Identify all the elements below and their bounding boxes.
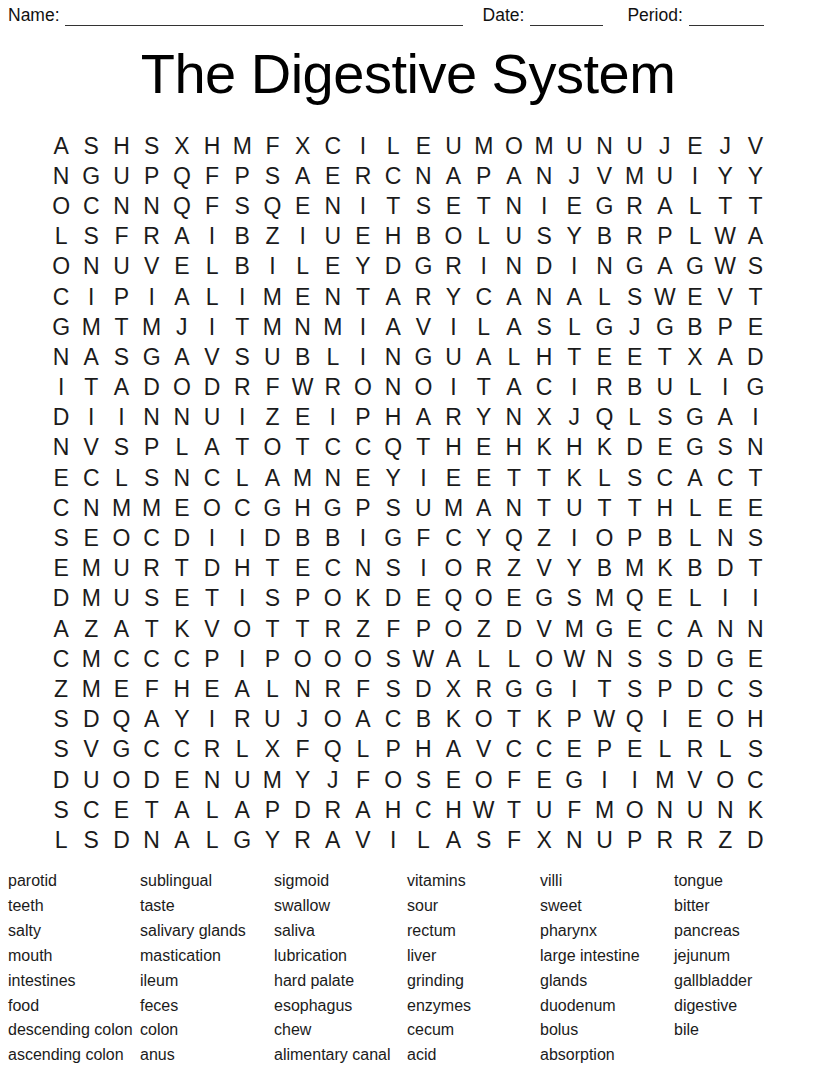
grid-cell[interactable]: G bbox=[227, 825, 257, 855]
grid-cell[interactable]: N bbox=[167, 463, 197, 493]
grid-cell[interactable]: M bbox=[589, 584, 619, 614]
grid-cell[interactable]: N bbox=[650, 795, 680, 825]
grid-cell[interactable]: I bbox=[438, 373, 468, 403]
grid-cell[interactable]: T bbox=[740, 191, 770, 221]
grid-cell[interactable]: S bbox=[650, 644, 680, 674]
grid-cell[interactable]: Z bbox=[257, 222, 287, 252]
grid-cell[interactable]: S bbox=[76, 131, 106, 161]
grid-cell[interactable]: U bbox=[106, 252, 136, 282]
grid-cell[interactable]: L bbox=[499, 644, 529, 674]
grid-cell[interactable]: D bbox=[46, 765, 76, 795]
grid-cell[interactable]: A bbox=[167, 825, 197, 855]
grid-cell[interactable]: W bbox=[589, 705, 619, 735]
grid-cell[interactable]: N bbox=[589, 131, 619, 161]
grid-cell[interactable]: Z bbox=[469, 614, 499, 644]
grid-cell[interactable]: A bbox=[438, 735, 468, 765]
grid-cell[interactable]: I bbox=[469, 252, 499, 282]
grid-cell[interactable]: K bbox=[167, 614, 197, 644]
grid-cell[interactable]: U bbox=[227, 765, 257, 795]
grid-cell[interactable]: C bbox=[740, 765, 770, 795]
grid-cell[interactable]: L bbox=[559, 312, 589, 342]
grid-cell[interactable]: Q bbox=[167, 161, 197, 191]
grid-cell[interactable]: O bbox=[710, 705, 740, 735]
grid-cell[interactable]: L bbox=[227, 463, 257, 493]
grid-cell[interactable]: G bbox=[680, 403, 710, 433]
grid-cell[interactable]: A bbox=[137, 705, 167, 735]
grid-cell[interactable]: H bbox=[378, 222, 408, 252]
grid-cell[interactable]: W bbox=[710, 222, 740, 252]
grid-cell[interactable]: F bbox=[106, 222, 136, 252]
grid-cell[interactable]: Z bbox=[499, 554, 529, 584]
grid-cell[interactable]: G bbox=[529, 584, 559, 614]
grid-cell[interactable]: A bbox=[46, 614, 76, 644]
grid-cell[interactable]: I bbox=[408, 463, 438, 493]
grid-cell[interactable]: I bbox=[257, 252, 287, 282]
grid-cell[interactable]: A bbox=[650, 252, 680, 282]
grid-cell[interactable]: I bbox=[227, 282, 257, 312]
grid-cell[interactable]: A bbox=[378, 312, 408, 342]
grid-cell[interactable]: V bbox=[740, 131, 770, 161]
grid-cell[interactable]: N bbox=[46, 342, 76, 372]
grid-cell[interactable]: I bbox=[378, 825, 408, 855]
grid-cell[interactable]: N bbox=[559, 825, 589, 855]
grid-cell[interactable]: Z bbox=[46, 674, 76, 704]
grid-cell[interactable]: E bbox=[438, 765, 468, 795]
grid-cell[interactable]: C bbox=[46, 282, 76, 312]
grid-cell[interactable]: E bbox=[288, 403, 318, 433]
grid-cell[interactable]: F bbox=[559, 795, 589, 825]
grid-cell[interactable]: O bbox=[469, 584, 499, 614]
grid-cell[interactable]: O bbox=[318, 644, 348, 674]
grid-cell[interactable]: A bbox=[710, 342, 740, 372]
grid-cell[interactable]: C bbox=[137, 735, 167, 765]
grid-cell[interactable]: Y bbox=[559, 222, 589, 252]
grid-cell[interactable]: P bbox=[650, 674, 680, 704]
grid-cell[interactable]: G bbox=[589, 614, 619, 644]
grid-cell[interactable]: G bbox=[680, 433, 710, 463]
grid-cell[interactable]: N bbox=[76, 493, 106, 523]
grid-cell[interactable]: S bbox=[378, 493, 408, 523]
grid-cell[interactable]: C bbox=[438, 523, 468, 553]
grid-cell[interactable]: C bbox=[76, 463, 106, 493]
grid-cell[interactable]: I bbox=[620, 765, 650, 795]
grid-cell[interactable]: Q bbox=[499, 523, 529, 553]
grid-cell[interactable]: T bbox=[499, 463, 529, 493]
grid-cell[interactable]: H bbox=[408, 735, 438, 765]
grid-cell[interactable]: G bbox=[650, 312, 680, 342]
grid-cell[interactable]: U bbox=[106, 554, 136, 584]
grid-cell[interactable]: I bbox=[710, 373, 740, 403]
grid-cell[interactable]: A bbox=[106, 614, 136, 644]
grid-cell[interactable]: Q bbox=[620, 584, 650, 614]
grid-cell[interactable]: U bbox=[559, 493, 589, 523]
grid-cell[interactable]: C bbox=[46, 493, 76, 523]
grid-cell[interactable]: U bbox=[589, 825, 619, 855]
grid-cell[interactable]: A bbox=[438, 644, 468, 674]
grid-cell[interactable]: P bbox=[408, 614, 438, 644]
grid-cell[interactable]: U bbox=[499, 222, 529, 252]
grid-cell[interactable]: E bbox=[106, 674, 136, 704]
grid-cell[interactable]: B bbox=[408, 705, 438, 735]
grid-cell[interactable]: P bbox=[378, 735, 408, 765]
grid-cell[interactable]: D bbox=[257, 523, 287, 553]
grid-cell[interactable]: T bbox=[650, 342, 680, 372]
grid-cell[interactable]: N bbox=[499, 191, 529, 221]
grid-cell[interactable]: L bbox=[318, 342, 348, 372]
grid-cell[interactable]: S bbox=[137, 463, 167, 493]
grid-cell[interactable]: E bbox=[348, 222, 378, 252]
grid-cell[interactable]: N bbox=[740, 433, 770, 463]
grid-cell[interactable]: O bbox=[46, 191, 76, 221]
grid-cell[interactable]: U bbox=[438, 131, 468, 161]
grid-cell[interactable]: T bbox=[76, 373, 106, 403]
grid-cell[interactable]: G bbox=[680, 252, 710, 282]
grid-cell[interactable]: N bbox=[318, 282, 348, 312]
grid-cell[interactable]: E bbox=[680, 282, 710, 312]
grid-cell[interactable]: P bbox=[288, 584, 318, 614]
grid-cell[interactable]: C bbox=[106, 644, 136, 674]
grid-cell[interactable]: G bbox=[318, 493, 348, 523]
grid-cell[interactable]: D bbox=[680, 644, 710, 674]
grid-cell[interactable]: P bbox=[620, 825, 650, 855]
grid-cell[interactable]: A bbox=[680, 463, 710, 493]
grid-cell[interactable]: B bbox=[589, 554, 619, 584]
grid-cell[interactable]: R bbox=[469, 554, 499, 584]
grid-cell[interactable]: T bbox=[288, 614, 318, 644]
grid-cell[interactable]: L bbox=[620, 403, 650, 433]
grid-cell[interactable]: U bbox=[76, 765, 106, 795]
grid-cell[interactable]: Z bbox=[348, 614, 378, 644]
grid-cell[interactable]: S bbox=[469, 825, 499, 855]
grid-cell[interactable]: D bbox=[378, 252, 408, 282]
grid-cell[interactable]: N bbox=[740, 614, 770, 644]
grid-cell[interactable]: L bbox=[589, 282, 619, 312]
grid-cell[interactable]: A bbox=[288, 161, 318, 191]
grid-cell[interactable]: P bbox=[710, 312, 740, 342]
grid-cell[interactable]: I bbox=[318, 403, 348, 433]
grid-cell[interactable]: O bbox=[469, 705, 499, 735]
grid-cell[interactable]: G bbox=[106, 735, 136, 765]
grid-cell[interactable]: Q bbox=[620, 705, 650, 735]
grid-cell[interactable]: K bbox=[559, 463, 589, 493]
grid-cell[interactable]: R bbox=[469, 674, 499, 704]
grid-cell[interactable]: H bbox=[529, 342, 559, 372]
grid-cell[interactable]: S bbox=[46, 735, 76, 765]
grid-cell[interactable]: F bbox=[257, 373, 287, 403]
grid-cell[interactable]: H bbox=[438, 433, 468, 463]
grid-cell[interactable]: N bbox=[318, 191, 348, 221]
grid-cell[interactable]: L bbox=[680, 222, 710, 252]
grid-cell[interactable]: E bbox=[167, 493, 197, 523]
grid-cell[interactable]: B bbox=[288, 523, 318, 553]
grid-cell[interactable]: D bbox=[167, 523, 197, 553]
grid-cell[interactable]: W bbox=[469, 795, 499, 825]
grid-cell[interactable]: L bbox=[257, 674, 287, 704]
grid-cell[interactable]: I bbox=[197, 222, 227, 252]
grid-cell[interactable]: T bbox=[257, 614, 287, 644]
grid-cell[interactable]: K bbox=[529, 705, 559, 735]
grid-cell[interactable]: I bbox=[740, 584, 770, 614]
grid-cell[interactable]: S bbox=[620, 463, 650, 493]
grid-cell[interactable]: E bbox=[499, 584, 529, 614]
grid-cell[interactable]: B bbox=[227, 252, 257, 282]
grid-cell[interactable]: R bbox=[288, 825, 318, 855]
grid-cell[interactable]: A bbox=[559, 282, 589, 312]
grid-cell[interactable]: G bbox=[408, 342, 438, 372]
grid-cell[interactable]: I bbox=[76, 403, 106, 433]
grid-cell[interactable]: Q bbox=[318, 735, 348, 765]
grid-cell[interactable]: Y bbox=[288, 765, 318, 795]
grid-cell[interactable]: F bbox=[348, 765, 378, 795]
grid-cell[interactable]: T bbox=[589, 493, 619, 523]
grid-cell[interactable]: I bbox=[650, 705, 680, 735]
grid-cell[interactable]: O bbox=[257, 433, 287, 463]
grid-cell[interactable]: R bbox=[137, 554, 167, 584]
grid-cell[interactable]: G bbox=[589, 191, 619, 221]
grid-cell[interactable]: H bbox=[288, 493, 318, 523]
grid-cell[interactable]: F bbox=[378, 614, 408, 644]
grid-cell[interactable]: N bbox=[288, 312, 318, 342]
grid-cell[interactable]: A bbox=[469, 493, 499, 523]
grid-cell[interactable]: M bbox=[650, 765, 680, 795]
grid-cell[interactable]: L bbox=[680, 523, 710, 553]
grid-cell[interactable]: L bbox=[680, 493, 710, 523]
grid-cell[interactable]: U bbox=[106, 584, 136, 614]
grid-cell[interactable]: A bbox=[710, 403, 740, 433]
grid-cell[interactable]: Y bbox=[348, 252, 378, 282]
grid-cell[interactable]: U bbox=[650, 373, 680, 403]
grid-cell[interactable]: V bbox=[529, 614, 559, 644]
grid-cell[interactable]: Q bbox=[106, 705, 136, 735]
grid-cell[interactable]: E bbox=[529, 765, 559, 795]
grid-cell[interactable]: K bbox=[740, 795, 770, 825]
grid-cell[interactable]: T bbox=[740, 282, 770, 312]
grid-cell[interactable]: O bbox=[499, 131, 529, 161]
grid-cell[interactable]: G bbox=[559, 765, 589, 795]
grid-cell[interactable]: R bbox=[408, 282, 438, 312]
grid-cell[interactable]: V bbox=[137, 252, 167, 282]
grid-cell[interactable]: S bbox=[620, 674, 650, 704]
grid-cell[interactable]: T bbox=[348, 282, 378, 312]
grid-cell[interactable]: S bbox=[46, 795, 76, 825]
grid-cell[interactable]: Q bbox=[257, 191, 287, 221]
grid-cell[interactable]: L bbox=[710, 735, 740, 765]
grid-cell[interactable]: K bbox=[650, 554, 680, 584]
grid-cell[interactable]: D bbox=[740, 342, 770, 372]
grid-cell[interactable]: M bbox=[469, 131, 499, 161]
grid-cell[interactable]: E bbox=[197, 674, 227, 704]
grid-cell[interactable]: O bbox=[378, 765, 408, 795]
grid-cell[interactable]: D bbox=[197, 554, 227, 584]
grid-cell[interactable]: C bbox=[469, 282, 499, 312]
grid-cell[interactable]: G bbox=[257, 493, 287, 523]
grid-cell[interactable]: C bbox=[197, 463, 227, 493]
grid-cell[interactable]: C bbox=[650, 463, 680, 493]
grid-cell[interactable]: D bbox=[499, 614, 529, 644]
grid-cell[interactable]: L bbox=[348, 735, 378, 765]
grid-cell[interactable]: H bbox=[499, 433, 529, 463]
grid-cell[interactable]: A bbox=[167, 795, 197, 825]
grid-cell[interactable]: O bbox=[589, 523, 619, 553]
grid-cell[interactable]: D bbox=[529, 252, 559, 282]
grid-cell[interactable]: D bbox=[137, 765, 167, 795]
grid-cell[interactable]: E bbox=[438, 191, 468, 221]
grid-cell[interactable]: E bbox=[620, 614, 650, 644]
grid-cell[interactable]: I bbox=[559, 373, 589, 403]
grid-cell[interactable]: P bbox=[227, 161, 257, 191]
grid-cell[interactable]: T bbox=[740, 554, 770, 584]
grid-cell[interactable]: C bbox=[318, 131, 348, 161]
grid-cell[interactable]: S bbox=[620, 282, 650, 312]
grid-cell[interactable]: T bbox=[227, 433, 257, 463]
grid-cell[interactable]: H bbox=[378, 795, 408, 825]
grid-cell[interactable]: T bbox=[740, 463, 770, 493]
grid-cell[interactable]: C bbox=[227, 493, 257, 523]
grid-cell[interactable]: U bbox=[650, 161, 680, 191]
grid-cell[interactable]: S bbox=[227, 191, 257, 221]
grid-cell[interactable]: M bbox=[257, 312, 287, 342]
grid-cell[interactable]: L bbox=[589, 463, 619, 493]
grid-cell[interactable]: T bbox=[257, 554, 287, 584]
grid-cell[interactable]: K bbox=[589, 433, 619, 463]
grid-cell[interactable]: I bbox=[197, 705, 227, 735]
grid-cell[interactable]: E bbox=[589, 342, 619, 372]
grid-cell[interactable]: A bbox=[650, 191, 680, 221]
grid-cell[interactable]: D bbox=[408, 674, 438, 704]
grid-cell[interactable]: P bbox=[137, 161, 167, 191]
grid-cell[interactable]: V bbox=[710, 282, 740, 312]
grid-cell[interactable]: E bbox=[167, 252, 197, 282]
grid-cell[interactable]: D bbox=[76, 705, 106, 735]
grid-cell[interactable]: A bbox=[46, 131, 76, 161]
grid-cell[interactable]: D bbox=[378, 584, 408, 614]
grid-cell[interactable]: A bbox=[469, 342, 499, 372]
grid-cell[interactable]: H bbox=[197, 131, 227, 161]
grid-cell[interactable]: N bbox=[137, 403, 167, 433]
grid-cell[interactable]: N bbox=[137, 191, 167, 221]
grid-cell[interactable]: E bbox=[680, 705, 710, 735]
grid-cell[interactable]: P bbox=[257, 644, 287, 674]
grid-cell[interactable]: H bbox=[106, 131, 136, 161]
grid-cell[interactable]: S bbox=[257, 161, 287, 191]
grid-cell[interactable]: X bbox=[529, 825, 559, 855]
grid-cell[interactable]: C bbox=[529, 373, 559, 403]
grid-cell[interactable]: S bbox=[378, 644, 408, 674]
grid-cell[interactable]: E bbox=[46, 554, 76, 584]
grid-cell[interactable]: A bbox=[106, 373, 136, 403]
grid-cell[interactable]: U bbox=[257, 342, 287, 372]
grid-cell[interactable]: Y bbox=[740, 161, 770, 191]
grid-cell[interactable]: Y bbox=[167, 705, 197, 735]
grid-cell[interactable]: I bbox=[137, 282, 167, 312]
grid-cell[interactable]: S bbox=[378, 674, 408, 704]
grid-cell[interactable]: I bbox=[76, 282, 106, 312]
grid-cell[interactable]: S bbox=[137, 584, 167, 614]
grid-cell[interactable]: V bbox=[680, 765, 710, 795]
grid-cell[interactable]: P bbox=[589, 735, 619, 765]
grid-cell[interactable]: O bbox=[106, 523, 136, 553]
grid-cell[interactable]: N bbox=[106, 191, 136, 221]
grid-cell[interactable]: I bbox=[559, 674, 589, 704]
grid-cell[interactable]: R bbox=[318, 373, 348, 403]
grid-cell[interactable]: G bbox=[137, 342, 167, 372]
grid-cell[interactable]: J bbox=[710, 131, 740, 161]
grid-cell[interactable]: B bbox=[650, 523, 680, 553]
grid-cell[interactable]: V bbox=[529, 554, 559, 584]
grid-cell[interactable]: E bbox=[650, 584, 680, 614]
grid-cell[interactable]: U bbox=[620, 131, 650, 161]
grid-cell[interactable]: Y bbox=[710, 161, 740, 191]
grid-cell[interactable]: A bbox=[499, 161, 529, 191]
grid-cell[interactable]: Z bbox=[76, 614, 106, 644]
grid-cell[interactable]: F bbox=[348, 674, 378, 704]
grid-cell[interactable]: M bbox=[288, 463, 318, 493]
grid-cell[interactable]: S bbox=[740, 523, 770, 553]
grid-cell[interactable]: Q bbox=[378, 433, 408, 463]
grid-cell[interactable]: O bbox=[288, 644, 318, 674]
grid-cell[interactable]: T bbox=[620, 493, 650, 523]
grid-cell[interactable]: L bbox=[288, 252, 318, 282]
grid-cell[interactable]: M bbox=[227, 131, 257, 161]
grid-cell[interactable]: P bbox=[106, 282, 136, 312]
grid-cell[interactable]: W bbox=[710, 252, 740, 282]
grid-cell[interactable]: O bbox=[197, 493, 227, 523]
grid-cell[interactable]: R bbox=[197, 735, 227, 765]
grid-cell[interactable]: E bbox=[740, 493, 770, 523]
grid-cell[interactable]: C bbox=[378, 161, 408, 191]
grid-cell[interactable]: P bbox=[137, 433, 167, 463]
grid-cell[interactable]: G bbox=[620, 252, 650, 282]
grid-cell[interactable]: X bbox=[167, 131, 197, 161]
grid-cell[interactable]: O bbox=[438, 554, 468, 584]
grid-cell[interactable]: C bbox=[46, 644, 76, 674]
grid-cell[interactable]: F bbox=[499, 825, 529, 855]
grid-cell[interactable]: T bbox=[227, 312, 257, 342]
grid-cell[interactable]: P bbox=[348, 493, 378, 523]
grid-cell[interactable]: X bbox=[529, 403, 559, 433]
grid-cell[interactable]: C bbox=[76, 191, 106, 221]
grid-cell[interactable]: S bbox=[257, 584, 287, 614]
grid-cell[interactable]: X bbox=[257, 735, 287, 765]
grid-cell[interactable]: Y bbox=[469, 403, 499, 433]
grid-cell[interactable]: F bbox=[137, 674, 167, 704]
grid-cell[interactable]: H bbox=[438, 795, 468, 825]
grid-cell[interactable]: V bbox=[469, 735, 499, 765]
grid-cell[interactable]: P bbox=[197, 644, 227, 674]
grid-cell[interactable]: N bbox=[529, 161, 559, 191]
grid-cell[interactable]: S bbox=[650, 403, 680, 433]
grid-cell[interactable]: O bbox=[318, 705, 348, 735]
grid-cell[interactable]: J bbox=[559, 403, 589, 433]
grid-cell[interactable]: N bbox=[46, 161, 76, 191]
grid-cell[interactable]: T bbox=[499, 705, 529, 735]
grid-cell[interactable]: M bbox=[76, 644, 106, 674]
grid-cell[interactable]: F bbox=[197, 191, 227, 221]
grid-cell[interactable]: T bbox=[469, 373, 499, 403]
grid-cell[interactable]: K bbox=[529, 433, 559, 463]
grid-cell[interactable]: M bbox=[137, 312, 167, 342]
grid-cell[interactable]: E bbox=[46, 463, 76, 493]
grid-cell[interactable]: Z bbox=[529, 523, 559, 553]
grid-cell[interactable]: S bbox=[76, 825, 106, 855]
grid-cell[interactable]: O bbox=[46, 252, 76, 282]
grid-cell[interactable]: G bbox=[408, 252, 438, 282]
grid-cell[interactable]: M bbox=[76, 584, 106, 614]
grid-cell[interactable]: I bbox=[529, 191, 559, 221]
grid-cell[interactable]: U bbox=[106, 161, 136, 191]
grid-cell[interactable]: S bbox=[740, 735, 770, 765]
grid-cell[interactable]: B bbox=[227, 222, 257, 252]
